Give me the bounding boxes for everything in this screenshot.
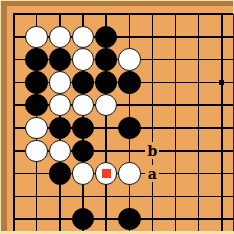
black-stone [25, 94, 48, 117]
black-stone [25, 71, 48, 94]
black-stone [49, 48, 72, 71]
grid-line-horizontal [13, 13, 234, 15]
star-point-hoshi [219, 80, 224, 85]
black-stone [95, 26, 118, 49]
point-label-b: b [145, 142, 159, 159]
white-stone [25, 26, 48, 49]
grid-line-vertical [221, 13, 223, 231]
red-square-mark [102, 169, 111, 178]
white-stone [72, 162, 95, 185]
white-stone [49, 94, 72, 117]
grid-line-horizontal [13, 196, 234, 198]
board-layer: ba [0, 0, 234, 234]
black-stone [72, 71, 95, 94]
white-stone [118, 162, 141, 185]
grid-line-vertical [152, 13, 154, 231]
white-stone [49, 71, 72, 94]
black-stone [95, 48, 118, 71]
black-stone [118, 208, 141, 231]
white-stone [49, 26, 72, 49]
grid-line-vertical [175, 13, 177, 231]
black-stone [95, 71, 118, 94]
white-stone [72, 94, 95, 117]
black-stone [72, 140, 95, 163]
black-stone [72, 208, 95, 231]
white-stone [118, 48, 141, 71]
black-stone [49, 162, 72, 185]
grid-line-vertical [198, 13, 200, 231]
black-stone [25, 48, 48, 71]
white-stone [49, 140, 72, 163]
black-stone [118, 71, 141, 94]
black-stone [72, 117, 95, 140]
grid-line-vertical [13, 13, 15, 231]
white-stone [95, 94, 118, 117]
white-stone [72, 26, 95, 49]
black-stone [49, 117, 72, 140]
white-stone [25, 117, 48, 140]
black-stone [118, 117, 141, 140]
white-stone [72, 48, 95, 71]
white-stone [25, 140, 48, 163]
go-board-diagram: ba [0, 0, 234, 234]
point-label-a: a [145, 165, 159, 182]
